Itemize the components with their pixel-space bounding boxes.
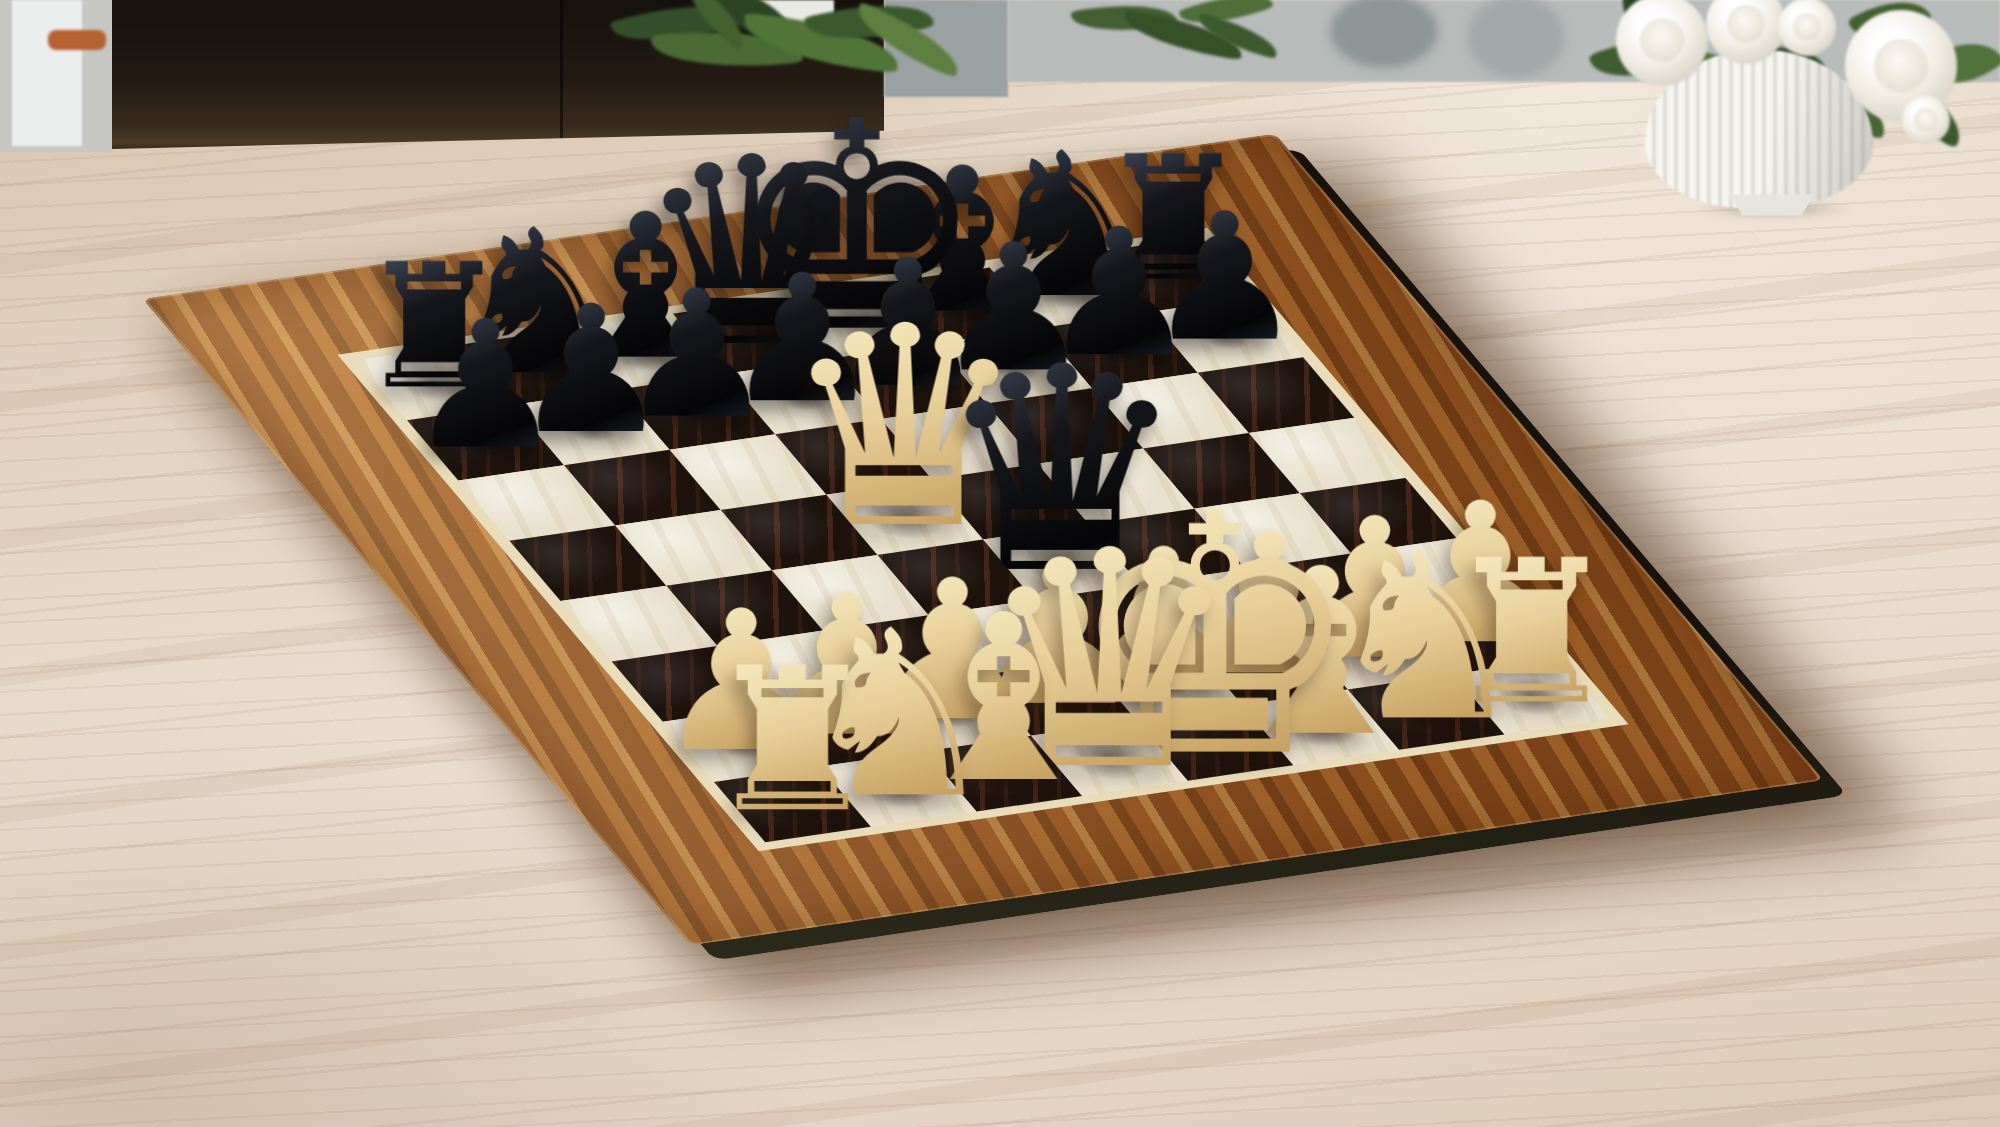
white-rose-icon xyxy=(1902,96,1950,144)
square-a1: ♜ xyxy=(714,767,871,843)
chess-board: ♜♞♝♛♚♝♞♜♟♟♟♟♟♟♟♟♛♛♟♟♟♟♟♟♟♟♜♞♝♛♚♝♞♜ xyxy=(356,237,1610,842)
cabinet-seam xyxy=(560,0,563,152)
piece-white-rook-a1: ♜ xyxy=(704,642,882,840)
piece-black-pawn-a7: ♟ xyxy=(407,298,565,474)
white-rose-icon xyxy=(1778,0,1836,56)
orange-object xyxy=(48,30,106,50)
door-frame xyxy=(12,0,82,146)
